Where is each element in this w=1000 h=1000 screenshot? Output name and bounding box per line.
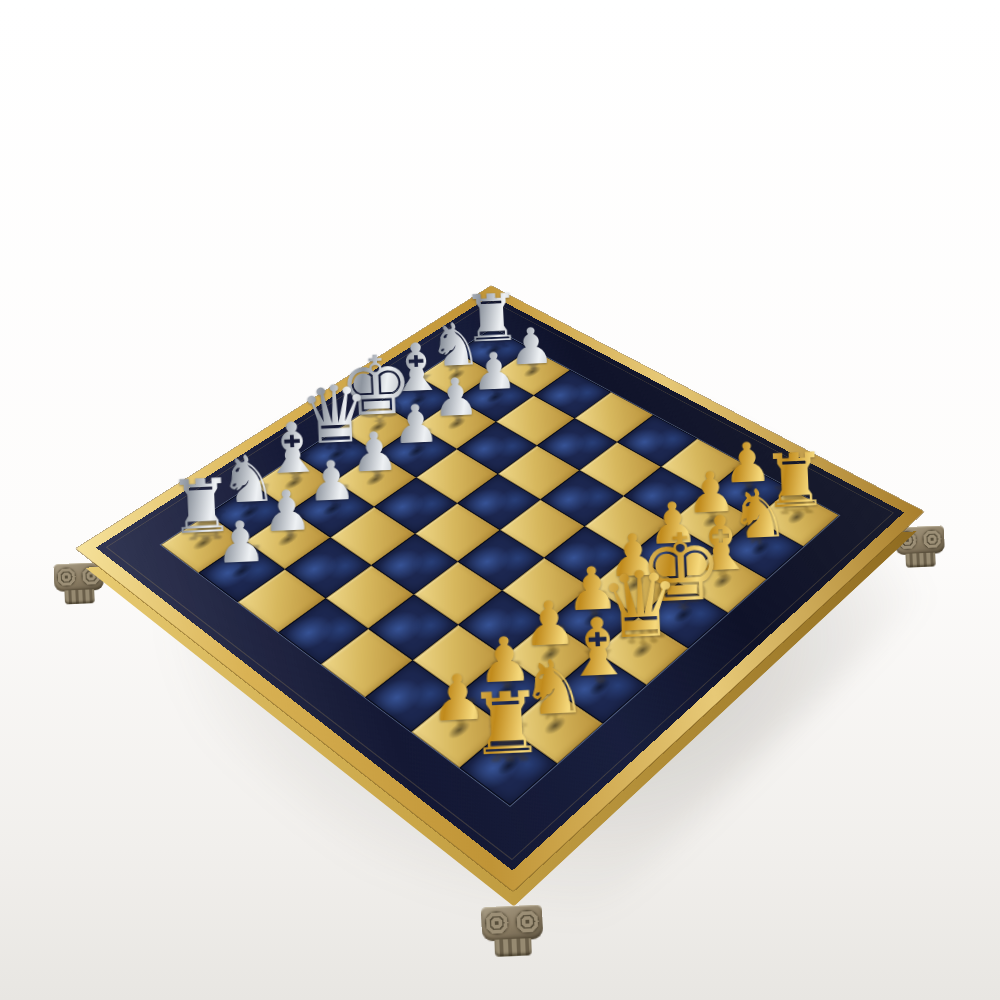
rook-icon: ♜ — [436, 677, 578, 769]
studio-scene: ♜♜♞♞♝♝♛♛♚♚♝♝♞♞♜♜♟♟♟♟♟♟♟♟♟♟♟♟♟♟♟♟♟♟♟♟♟♟♟♟… — [0, 0, 1000, 1000]
pawn-icon: ♟ — [178, 511, 303, 573]
chess-board: ♜♜♞♞♝♝♛♛♚♚♝♝♞♞♜♜♟♟♟♟♟♟♟♟♟♟♟♟♟♟♟♟♟♟♟♟♟♟♟♟… — [76, 286, 924, 891]
